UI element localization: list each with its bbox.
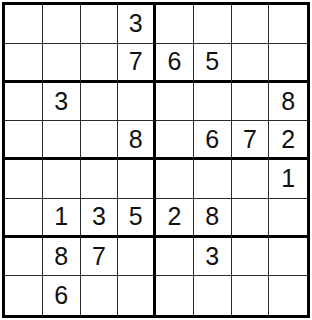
cell-r6c6[interactable]: 8: [194, 199, 232, 238]
cell-r3c5[interactable]: [156, 83, 194, 122]
cell-r2c2[interactable]: [43, 44, 81, 83]
cell-r1c5[interactable]: [156, 5, 194, 44]
cell-r1c8[interactable]: [269, 5, 307, 44]
cell-r4c4[interactable]: 8: [118, 121, 156, 160]
cell-r7c6[interactable]: 3: [194, 238, 232, 277]
cell-r5c1[interactable]: [5, 160, 43, 199]
given-digit: 8: [54, 244, 68, 269]
cell-r7c7[interactable]: [232, 238, 270, 277]
cell-r2c5[interactable]: 6: [156, 44, 194, 83]
cell-r5c3[interactable]: [81, 160, 119, 199]
cell-r4c6[interactable]: 6: [194, 121, 232, 160]
cell-r8c4[interactable]: [118, 276, 156, 315]
sudoku-board: 37653886721135288736: [2, 2, 310, 318]
cell-r3c2[interactable]: 3: [43, 83, 81, 122]
cell-r2c8[interactable]: [269, 44, 307, 83]
cell-r6c2[interactable]: 1: [43, 199, 81, 238]
given-digit: 3: [129, 11, 143, 36]
cell-r5c2[interactable]: [43, 160, 81, 199]
cell-r4c2[interactable]: [43, 121, 81, 160]
given-digit: 5: [205, 49, 219, 74]
given-digit: 3: [54, 89, 68, 114]
given-digit: 1: [54, 204, 68, 229]
cell-r2c6[interactable]: 5: [194, 44, 232, 83]
sudoku-page: { "game": "sudoku", "variant": "8x8 with…: [0, 0, 312, 320]
cell-r6c8[interactable]: [269, 199, 307, 238]
cell-r3c4[interactable]: [118, 83, 156, 122]
cell-r3c3[interactable]: [81, 83, 119, 122]
cell-r1c7[interactable]: [232, 5, 270, 44]
cell-r2c3[interactable]: [81, 44, 119, 83]
given-digit: 8: [205, 204, 219, 229]
cell-r8c6[interactable]: [194, 276, 232, 315]
given-digit: 6: [205, 127, 219, 152]
given-digit: 1: [281, 166, 295, 191]
cell-r2c1[interactable]: [5, 44, 43, 83]
cell-r7c5[interactable]: [156, 238, 194, 277]
cell-r5c4[interactable]: [118, 160, 156, 199]
given-digit: 6: [167, 49, 181, 74]
cell-r8c8[interactable]: [269, 276, 307, 315]
cell-r8c1[interactable]: [5, 276, 43, 315]
given-digit: 5: [129, 204, 143, 229]
cell-r8c2[interactable]: 6: [43, 276, 81, 315]
cell-r5c5[interactable]: [156, 160, 194, 199]
cell-r1c4[interactable]: 3: [118, 5, 156, 44]
cell-r7c8[interactable]: [269, 238, 307, 277]
cell-r8c3[interactable]: [81, 276, 119, 315]
cell-r6c3[interactable]: 3: [81, 199, 119, 238]
cell-r7c3[interactable]: 7: [81, 238, 119, 277]
given-digit: 8: [281, 89, 295, 114]
cell-r3c1[interactable]: [5, 83, 43, 122]
given-digit: 2: [167, 204, 181, 229]
cell-r4c1[interactable]: [5, 121, 43, 160]
cell-r1c3[interactable]: [81, 5, 119, 44]
cell-r6c1[interactable]: [5, 199, 43, 238]
cell-r6c7[interactable]: [232, 199, 270, 238]
cell-r8c5[interactable]: [156, 276, 194, 315]
cell-r4c7[interactable]: 7: [232, 121, 270, 160]
cell-r1c6[interactable]: [194, 5, 232, 44]
cell-r5c7[interactable]: [232, 160, 270, 199]
cell-r3c6[interactable]: [194, 83, 232, 122]
cell-r5c8[interactable]: 1: [269, 160, 307, 199]
given-digit: 7: [243, 127, 257, 152]
cell-r3c7[interactable]: [232, 83, 270, 122]
given-digit: 7: [129, 49, 143, 74]
cell-r7c2[interactable]: 8: [43, 238, 81, 277]
cell-r2c7[interactable]: [232, 44, 270, 83]
cell-r6c4[interactable]: 5: [118, 199, 156, 238]
cell-r4c8[interactable]: 2: [269, 121, 307, 160]
given-digit: 2: [281, 127, 295, 152]
cell-r3c8[interactable]: 8: [269, 83, 307, 122]
cell-r4c3[interactable]: [81, 121, 119, 160]
cell-r1c1[interactable]: [5, 5, 43, 44]
cell-r7c4[interactable]: [118, 238, 156, 277]
cell-r5c6[interactable]: [194, 160, 232, 199]
cell-r4c5[interactable]: [156, 121, 194, 160]
given-digit: 3: [92, 204, 106, 229]
given-digit: 3: [205, 244, 219, 269]
cell-r8c7[interactable]: [232, 276, 270, 315]
given-digit: 7: [92, 244, 106, 269]
cell-r1c2[interactable]: [43, 5, 81, 44]
given-digit: 6: [54, 283, 68, 308]
cell-r6c5[interactable]: 2: [156, 199, 194, 238]
cell-r7c1[interactable]: [5, 238, 43, 277]
given-digit: 8: [129, 127, 143, 152]
cell-r2c4[interactable]: 7: [118, 44, 156, 83]
